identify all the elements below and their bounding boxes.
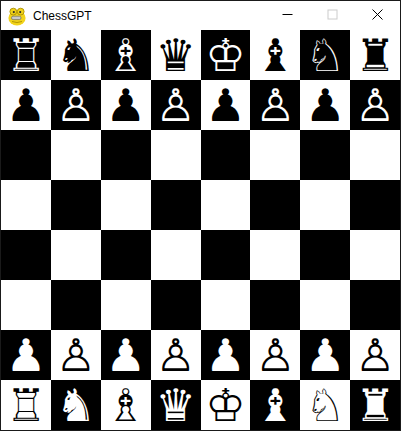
square-g2[interactable]: ♟ bbox=[300, 330, 350, 380]
square-e4[interactable] bbox=[201, 230, 251, 280]
square-h2[interactable]: ♙ bbox=[350, 330, 400, 380]
square-a2[interactable]: ♟ bbox=[1, 330, 51, 380]
square-a4[interactable] bbox=[1, 230, 51, 280]
square-b5[interactable] bbox=[51, 180, 101, 230]
white-queen-piece: ♛ bbox=[155, 383, 195, 428]
white-rook-piece: ♖ bbox=[6, 383, 46, 428]
square-g6[interactable] bbox=[300, 130, 350, 180]
square-b3[interactable] bbox=[51, 280, 101, 330]
square-e1[interactable]: ♔ bbox=[201, 380, 251, 430]
chessgpt-window: ChessGPT ♖♞♗♛♔♝♘♜♟♙♟♙♟♙♟♙♟♙♟♙♟♙♟♙♖♞♗♛♔♝♘… bbox=[0, 0, 401, 431]
square-g7[interactable]: ♟ bbox=[300, 80, 350, 130]
square-e5[interactable] bbox=[201, 180, 251, 230]
square-h6[interactable] bbox=[350, 130, 400, 180]
black-rook-piece: ♜ bbox=[355, 33, 395, 78]
square-c5[interactable] bbox=[101, 180, 151, 230]
black-pawn-piece: ♙ bbox=[355, 83, 395, 128]
square-d2[interactable]: ♙ bbox=[151, 330, 201, 380]
black-rook-piece: ♖ bbox=[6, 33, 46, 78]
black-pawn-piece: ♙ bbox=[56, 83, 96, 128]
square-c4[interactable] bbox=[101, 230, 151, 280]
black-pawn-piece: ♟ bbox=[205, 83, 245, 128]
square-e6[interactable] bbox=[201, 130, 251, 180]
close-icon bbox=[372, 8, 383, 23]
square-f1[interactable]: ♝ bbox=[250, 380, 300, 430]
square-d3[interactable] bbox=[151, 280, 201, 330]
white-pawn-piece: ♙ bbox=[56, 333, 96, 378]
square-h7[interactable]: ♙ bbox=[350, 80, 400, 130]
square-e3[interactable] bbox=[201, 280, 251, 330]
white-pawn-piece: ♟ bbox=[205, 333, 245, 378]
square-b1[interactable]: ♞ bbox=[51, 380, 101, 430]
black-pawn-piece: ♟ bbox=[6, 83, 46, 128]
square-f6[interactable] bbox=[250, 130, 300, 180]
white-pawn-piece: ♟ bbox=[106, 333, 146, 378]
black-bishop-piece: ♗ bbox=[106, 33, 146, 78]
white-king-piece: ♔ bbox=[205, 383, 245, 428]
square-h4[interactable] bbox=[350, 230, 400, 280]
square-h3[interactable] bbox=[350, 280, 400, 330]
black-bishop-piece: ♝ bbox=[255, 33, 295, 78]
square-c6[interactable] bbox=[101, 130, 151, 180]
white-pawn-piece: ♙ bbox=[255, 333, 295, 378]
square-f4[interactable] bbox=[250, 230, 300, 280]
white-pawn-piece: ♟ bbox=[305, 333, 345, 378]
square-d4[interactable] bbox=[151, 230, 201, 280]
black-pawn-piece: ♙ bbox=[255, 83, 295, 128]
white-rook-piece: ♜ bbox=[355, 383, 395, 428]
black-queen-piece: ♛ bbox=[155, 33, 195, 78]
white-bishop-piece: ♝ bbox=[255, 383, 295, 428]
square-d5[interactable] bbox=[151, 180, 201, 230]
square-b8[interactable]: ♞ bbox=[51, 30, 101, 80]
square-a6[interactable] bbox=[1, 130, 51, 180]
black-knight-piece: ♘ bbox=[305, 33, 345, 78]
square-a3[interactable] bbox=[1, 280, 51, 330]
square-b4[interactable] bbox=[51, 230, 101, 280]
square-e2[interactable]: ♟ bbox=[201, 330, 251, 380]
white-bishop-piece: ♗ bbox=[106, 383, 146, 428]
square-b2[interactable]: ♙ bbox=[51, 330, 101, 380]
square-g5[interactable] bbox=[300, 180, 350, 230]
minimize-icon bbox=[282, 8, 293, 23]
square-h5[interactable] bbox=[350, 180, 400, 230]
square-c8[interactable]: ♗ bbox=[101, 30, 151, 80]
square-a7[interactable]: ♟ bbox=[1, 80, 51, 130]
white-pawn-piece: ♙ bbox=[355, 333, 395, 378]
black-pawn-piece: ♟ bbox=[106, 83, 146, 128]
black-pawn-piece: ♟ bbox=[305, 83, 345, 128]
chess-board: ♖♞♗♛♔♝♘♜♟♙♟♙♟♙♟♙♟♙♟♙♟♙♟♙♖♞♗♛♔♝♘♜ bbox=[1, 30, 400, 430]
square-h8[interactable]: ♜ bbox=[350, 30, 400, 80]
square-h1[interactable]: ♜ bbox=[350, 380, 400, 430]
square-f2[interactable]: ♙ bbox=[250, 330, 300, 380]
square-c1[interactable]: ♗ bbox=[101, 380, 151, 430]
square-a8[interactable]: ♖ bbox=[1, 30, 51, 80]
white-pawn-piece: ♟ bbox=[6, 333, 46, 378]
square-d1[interactable]: ♛ bbox=[151, 380, 201, 430]
maximize-button[interactable] bbox=[310, 1, 355, 30]
square-b7[interactable]: ♙ bbox=[51, 80, 101, 130]
square-c3[interactable] bbox=[101, 280, 151, 330]
square-g8[interactable]: ♘ bbox=[300, 30, 350, 80]
square-a1[interactable]: ♖ bbox=[1, 380, 51, 430]
white-knight-piece: ♘ bbox=[305, 383, 345, 428]
title-bar[interactable]: ChessGPT bbox=[1, 1, 400, 30]
square-c7[interactable]: ♟ bbox=[101, 80, 151, 130]
square-f7[interactable]: ♙ bbox=[250, 80, 300, 130]
square-b6[interactable] bbox=[51, 130, 101, 180]
black-knight-piece: ♞ bbox=[56, 33, 96, 78]
pygame-app-icon bbox=[7, 6, 27, 26]
black-king-piece: ♔ bbox=[205, 33, 245, 78]
square-c2[interactable]: ♟ bbox=[101, 330, 151, 380]
square-e7[interactable]: ♟ bbox=[201, 80, 251, 130]
white-pawn-piece: ♙ bbox=[155, 333, 195, 378]
square-f3[interactable] bbox=[250, 280, 300, 330]
square-g3[interactable] bbox=[300, 280, 350, 330]
square-d8[interactable]: ♛ bbox=[151, 30, 201, 80]
white-knight-piece: ♞ bbox=[56, 383, 96, 428]
close-button[interactable] bbox=[355, 1, 400, 30]
square-e8[interactable]: ♔ bbox=[201, 30, 251, 80]
square-f5[interactable] bbox=[250, 180, 300, 230]
square-d6[interactable] bbox=[151, 130, 201, 180]
window-title: ChessGPT bbox=[33, 9, 265, 23]
square-g1[interactable]: ♘ bbox=[300, 380, 350, 430]
black-pawn-piece: ♙ bbox=[155, 83, 195, 128]
maximize-icon bbox=[327, 8, 338, 23]
minimize-button[interactable] bbox=[265, 1, 310, 30]
square-f8[interactable]: ♝ bbox=[250, 30, 300, 80]
square-d7[interactable]: ♙ bbox=[151, 80, 201, 130]
square-a5[interactable] bbox=[1, 180, 51, 230]
square-g4[interactable] bbox=[300, 230, 350, 280]
